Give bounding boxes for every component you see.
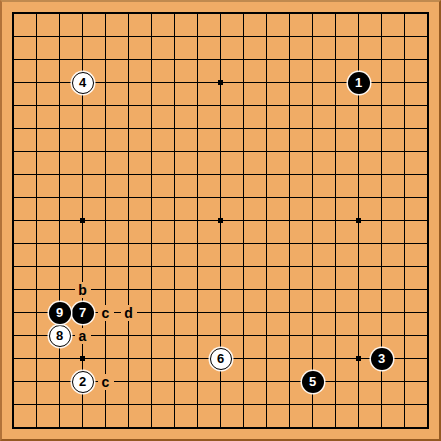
pieces-grid: 123456789abcdc <box>2 2 439 439</box>
point-label-c: c <box>98 305 114 321</box>
stone-white-move-8: 8 <box>49 325 71 347</box>
point-label-d: d <box>121 305 137 321</box>
stone-black-move-3: 3 <box>371 348 393 370</box>
stone-white-move-2: 2 <box>72 371 94 393</box>
stone-black-move-5: 5 <box>302 371 324 393</box>
point-label-c: c <box>98 374 114 390</box>
stone-white-move-6: 6 <box>210 348 232 370</box>
stone-black-move-1: 1 <box>348 72 370 94</box>
stone-white-move-4: 4 <box>72 72 94 94</box>
point-label-b: b <box>75 282 91 298</box>
go-board: 123456789abcdc <box>0 0 441 441</box>
stone-black-move-7: 7 <box>72 302 94 324</box>
point-label-a: a <box>75 328 91 344</box>
stone-black-move-9: 9 <box>49 302 71 324</box>
